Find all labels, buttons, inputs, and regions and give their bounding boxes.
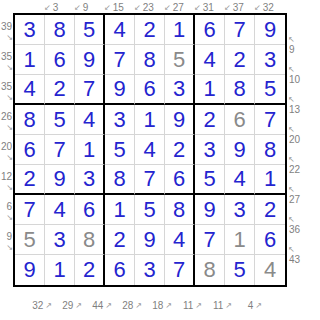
arrow-down-left-icon: ↙ [44, 4, 51, 12]
cell-r3c2[interactable]: 2 [45, 75, 75, 105]
arrow-down-right-icon: ↘ [6, 184, 13, 192]
clue-top-2: ↙9 [74, 2, 88, 13]
little-killer-sudoku-app: 3854216791697854234279631858543192676715… [0, 0, 320, 320]
clue-bottom-1-value: 32 [32, 301, 43, 311]
clue-top-3: ↙15 [104, 2, 124, 13]
clue-top-1-value: 3 [53, 3, 59, 13]
cell-r5c9[interactable]: 8 [255, 135, 285, 165]
clue-top-7-value: 37 [233, 3, 244, 13]
clue-right-2-value: 10 [289, 75, 300, 85]
clue-left-3-value: 35 [1, 82, 12, 92]
arrow-down-right-icon: ↘ [6, 154, 13, 162]
clue-top-4-value: 23 [143, 3, 154, 13]
clue-left-1-value: 39 [1, 22, 12, 32]
clue-top-4: ↙23 [134, 2, 154, 13]
clue-left-2: 35↘ [0, 52, 13, 72]
cell-r4c4[interactable]: 3 [105, 105, 135, 135]
clue-bottom-6-value: 11 [183, 301, 193, 311]
cell-r6c4[interactable]: 8 [105, 165, 135, 195]
clue-right-2: ↖10 [288, 66, 318, 85]
cell-r8c6[interactable]: 4 [165, 225, 195, 255]
cell-r3c6[interactable]: 3 [165, 75, 195, 105]
cell-r7c5[interactable]: 5 [135, 195, 165, 225]
cell-r3c8[interactable]: 8 [225, 75, 255, 105]
clue-top-5-value: 27 [173, 3, 184, 13]
clue-left-4: 26↘ [0, 112, 13, 132]
clue-bottom-2: 29↗ [48, 300, 82, 311]
cell-r3c4[interactable]: 9 [105, 75, 135, 105]
clue-left-6: 12↘ [0, 172, 13, 192]
clue-left-2-value: 35 [1, 52, 12, 62]
clue-top-5: ↙27 [164, 2, 184, 13]
clue-top-6: ↙31 [194, 2, 214, 13]
cell-r7c7[interactable]: 9 [195, 195, 225, 225]
cell-r1c4[interactable]: 4 [105, 15, 135, 45]
arrow-down-right-icon: ↘ [6, 34, 13, 42]
cell-r2c8[interactable]: 2 [225, 45, 255, 75]
cell-r5c7[interactable]: 3 [195, 135, 225, 165]
clue-top-3-value: 15 [113, 3, 124, 13]
arrow-up-left-icon: ↖ [288, 156, 295, 164]
clue-top-6-value: 31 [203, 3, 214, 13]
cell-r6c5[interactable]: 7 [135, 165, 165, 195]
clue-top-8: ↙32 [254, 2, 274, 13]
cell-r1c7[interactable]: 6 [195, 15, 225, 45]
clue-top-8-value: 32 [263, 3, 274, 13]
clue-top-1: ↙3 [44, 2, 58, 13]
cell-r1c1[interactable]: 3 [15, 15, 45, 45]
cell-r5c8[interactable]: 9 [225, 135, 255, 165]
clue-bottom-7-value: 11 [213, 301, 223, 311]
clue-left-8: 9↘ [0, 232, 13, 252]
clue-bottom-3: 44↗ [78, 300, 112, 311]
clue-top-2-value: 9 [83, 3, 89, 13]
clue-top-7: ↙37 [224, 2, 244, 13]
cell-r5c5[interactable]: 4 [135, 135, 165, 165]
cell-r7c1[interactable]: 7 [15, 195, 45, 225]
clue-bottom-5: 18↗ [138, 300, 172, 311]
arrow-down-left-icon: ↙ [104, 4, 111, 12]
clue-left-5: 20↘ [0, 142, 13, 162]
cell-r8c3[interactable]: 8 [75, 225, 105, 255]
cell-r3c1[interactable]: 4 [15, 75, 45, 105]
cell-r7c6[interactable]: 8 [165, 195, 195, 225]
cell-r9c5[interactable]: 3 [135, 255, 165, 285]
cell-r2c9[interactable]: 3 [255, 45, 285, 75]
arrow-up-left-icon: ↖ [288, 186, 295, 194]
clue-left-7-value: 6 [6, 202, 12, 212]
cell-r8c1[interactable]: 5 [15, 225, 45, 255]
arrow-up-left-icon: ↖ [288, 216, 295, 224]
cell-r8c9[interactable]: 6 [255, 225, 285, 255]
cell-r1c5[interactable]: 2 [135, 15, 165, 45]
cell-r2c2[interactable]: 6 [45, 45, 75, 75]
cell-r7c4[interactable]: 1 [105, 195, 135, 225]
cell-r9c3[interactable]: 2 [75, 255, 105, 285]
cell-r6c9[interactable]: 1 [255, 165, 285, 195]
clue-bottom-4-value: 28 [122, 301, 133, 311]
arrow-down-left-icon: ↙ [224, 4, 231, 12]
cell-r9c6[interactable]: 7 [165, 255, 195, 285]
cell-r9c4[interactable]: 6 [105, 255, 135, 285]
arrow-down-left-icon: ↙ [164, 4, 171, 12]
clue-left-4-value: 26 [1, 112, 12, 122]
clue-right-4: ↖20 [288, 126, 318, 145]
arrow-down-right-icon: ↘ [6, 244, 13, 252]
clue-bottom-6: 11↗ [168, 300, 202, 311]
cell-r4c5[interactable]: 1 [135, 105, 165, 135]
clue-bottom-1: 32↗ [18, 300, 52, 311]
arrow-down-left-icon: ↙ [74, 4, 81, 12]
cell-r5c1[interactable]: 6 [15, 135, 45, 165]
cell-r5c3[interactable]: 1 [75, 135, 105, 165]
clue-left-6-value: 12 [1, 172, 12, 182]
clue-right-3: ↖13 [288, 96, 318, 115]
cell-r7c3[interactable]: 6 [75, 195, 105, 225]
cell-r5c2[interactable]: 7 [45, 135, 75, 165]
cell-r6c8[interactable]: 4 [225, 165, 255, 195]
arrow-down-right-icon: ↘ [6, 124, 13, 132]
cell-r8c7[interactable]: 7 [195, 225, 225, 255]
arrow-down-left-icon: ↙ [254, 4, 261, 12]
cell-r3c5[interactable]: 6 [135, 75, 165, 105]
clue-right-7: ↖36 [288, 216, 318, 235]
clue-right-8: ↖43 [288, 246, 318, 265]
cell-r9c7[interactable]: 8 [195, 255, 225, 285]
cell-r6c7[interactable]: 5 [195, 165, 225, 195]
cell-r4c6[interactable]: 9 [165, 105, 195, 135]
cell-r1c2[interactable]: 8 [45, 15, 75, 45]
clue-left-1: 39↘ [0, 22, 13, 42]
cell-r4c9[interactable]: 7 [255, 105, 285, 135]
cell-r2c1[interactable]: 1 [15, 45, 45, 75]
arrow-up-left-icon: ↖ [288, 66, 295, 74]
clue-right-1-value: 9 [289, 45, 295, 55]
cell-r3c9[interactable]: 5 [255, 75, 285, 105]
cell-r9c2[interactable]: 1 [45, 255, 75, 285]
arrow-up-left-icon: ↖ [288, 246, 295, 254]
clue-right-8-value: 43 [289, 255, 300, 265]
clue-bottom-8: 4↗ [228, 300, 262, 311]
clue-left-5-value: 20 [1, 142, 12, 152]
cell-r8c8[interactable]: 1 [225, 225, 255, 255]
cell-r4c2[interactable]: 5 [45, 105, 75, 135]
cell-r3c7[interactable]: 1 [195, 75, 225, 105]
cell-r4c3[interactable]: 4 [75, 105, 105, 135]
cell-r3c3[interactable]: 7 [75, 75, 105, 105]
cell-r2c6[interactable]: 5 [165, 45, 195, 75]
arrow-down-left-icon: ↙ [134, 4, 141, 12]
cell-r4c1[interactable]: 8 [15, 105, 45, 135]
clue-left-7: 6↘ [0, 202, 13, 222]
clue-right-5: ↖22 [288, 156, 318, 175]
cell-r9c8[interactable]: 5 [225, 255, 255, 285]
cell-r9c1[interactable]: 9 [15, 255, 45, 285]
clue-bottom-3-value: 44 [92, 301, 103, 311]
cell-r9c9[interactable]: 4 [255, 255, 285, 285]
cell-r1c9[interactable]: 9 [255, 15, 285, 45]
cell-r7c2[interactable]: 4 [45, 195, 75, 225]
cell-r7c9[interactable]: 2 [255, 195, 285, 225]
arrow-down-right-icon: ↘ [6, 94, 13, 102]
cell-r1c3[interactable]: 5 [75, 15, 105, 45]
arrow-up-left-icon: ↖ [288, 126, 295, 134]
cell-r1c8[interactable]: 7 [225, 15, 255, 45]
cell-r8c5[interactable]: 9 [135, 225, 165, 255]
cell-r2c5[interactable]: 8 [135, 45, 165, 75]
cell-r6c3[interactable]: 3 [75, 165, 105, 195]
clue-right-6-value: 27 [289, 195, 300, 205]
clue-right-6: ↖27 [288, 186, 318, 205]
cell-r2c4[interactable]: 7 [105, 45, 135, 75]
arrow-down-right-icon: ↘ [6, 64, 13, 72]
cell-r2c7[interactable]: 4 [195, 45, 225, 75]
clue-left-3: 35↘ [0, 82, 13, 102]
cell-r5c4[interactable]: 5 [105, 135, 135, 165]
clue-bottom-2-value: 29 [62, 301, 73, 311]
cell-r6c6[interactable]: 6 [165, 165, 195, 195]
clue-right-1: ↖9 [288, 36, 318, 55]
arrow-up-right-icon: ↗ [255, 302, 262, 310]
clue-right-4-value: 20 [289, 135, 300, 145]
sudoku-board: 3854216791697854234279631858543192676715… [13, 13, 287, 287]
cell-r6c2[interactable]: 9 [45, 165, 75, 195]
clue-bottom-7: 11↗ [198, 300, 232, 311]
clue-right-7-value: 36 [289, 225, 300, 235]
arrow-up-left-icon: ↖ [288, 36, 295, 44]
cell-r8c2[interactable]: 3 [45, 225, 75, 255]
cell-r5c6[interactable]: 2 [165, 135, 195, 165]
arrow-down-right-icon: ↘ [6, 214, 13, 222]
arrow-up-left-icon: ↖ [288, 96, 295, 104]
cell-r2c3[interactable]: 9 [75, 45, 105, 75]
cell-r4c7[interactable]: 2 [195, 105, 225, 135]
cell-r4c8[interactable]: 6 [225, 105, 255, 135]
cell-r7c8[interactable]: 3 [225, 195, 255, 225]
clue-right-5-value: 22 [289, 165, 300, 175]
cell-r1c6[interactable]: 1 [165, 15, 195, 45]
arrow-down-left-icon: ↙ [194, 4, 201, 12]
clue-left-8-value: 9 [6, 232, 12, 242]
cell-r6c1[interactable]: 2 [15, 165, 45, 195]
clue-bottom-4: 28↗ [108, 300, 142, 311]
clue-bottom-8-value: 4 [248, 301, 254, 311]
clue-bottom-5-value: 18 [152, 301, 163, 311]
cell-r8c4[interactable]: 2 [105, 225, 135, 255]
clue-right-3-value: 13 [289, 105, 300, 115]
